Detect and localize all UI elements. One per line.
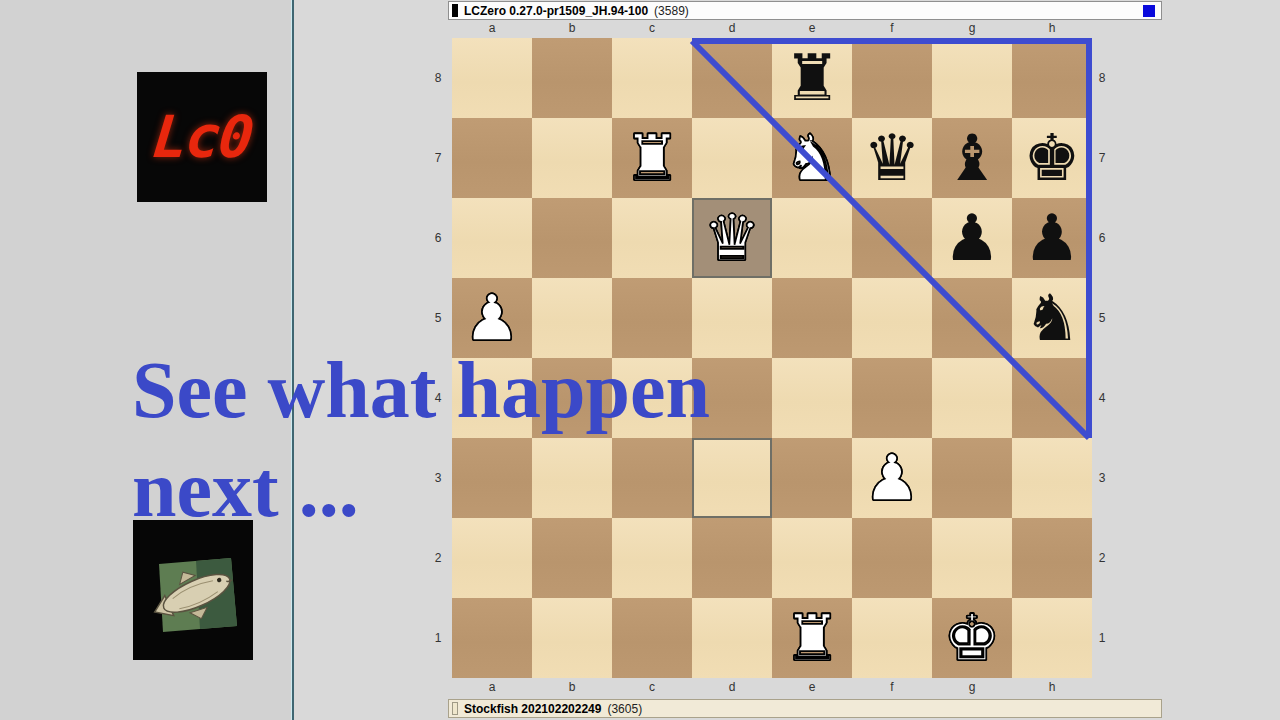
file-label-c: c: [612, 21, 692, 37]
square-b6[interactable]: [532, 198, 612, 278]
square-f4[interactable]: [852, 358, 932, 438]
square-a6[interactable]: [452, 198, 532, 278]
caption-line-2: next ...: [132, 440, 710, 539]
file-label-h: h: [1012, 21, 1092, 37]
file-label-b: b: [532, 680, 612, 696]
rank-label-6: 6: [1092, 198, 1112, 278]
square-f5[interactable]: [852, 278, 932, 358]
to-move-indicator: [1143, 5, 1155, 17]
black-rook-e8[interactable]: ♜: [783, 39, 840, 117]
square-g7[interactable]: ♝: [932, 118, 1012, 198]
square-c8[interactable]: [612, 38, 692, 118]
rank-label-3: 3: [1092, 438, 1112, 518]
file-label-h: h: [1012, 680, 1092, 696]
rank-label-7: 7: [1092, 118, 1112, 198]
white-pawn-f3[interactable]: ♟: [863, 439, 920, 517]
square-f2[interactable]: [852, 518, 932, 598]
square-d1[interactable]: [692, 598, 772, 678]
file-label-f: f: [852, 680, 932, 696]
square-d8[interactable]: [692, 38, 772, 118]
square-h6[interactable]: ♟: [1012, 198, 1092, 278]
square-h1[interactable]: [1012, 598, 1092, 678]
square-f7[interactable]: ♛: [852, 118, 932, 198]
square-c6[interactable]: [612, 198, 692, 278]
file-labels-top: abcdefgh: [452, 21, 1092, 37]
rank-label-4: 4: [1092, 358, 1112, 438]
square-e2[interactable]: [772, 518, 852, 598]
square-h3[interactable]: [1012, 438, 1092, 518]
square-g4[interactable]: [932, 358, 1012, 438]
file-label-a: a: [452, 21, 532, 37]
square-f6[interactable]: [852, 198, 932, 278]
square-h5[interactable]: ♞: [1012, 278, 1092, 358]
rank-label-8: 8: [1092, 38, 1112, 118]
bottom-engine-name: Stockfish 202102202249: [464, 702, 601, 716]
square-f8[interactable]: [852, 38, 932, 118]
white-rook-c7[interactable]: ♜: [623, 119, 680, 197]
square-e6[interactable]: [772, 198, 852, 278]
rank-labels-right: 87654321: [1092, 38, 1112, 678]
black-side-icon: [452, 4, 458, 17]
lc0-logo-text: Lc0: [149, 103, 255, 171]
square-g3[interactable]: [932, 438, 1012, 518]
white-side-icon: [452, 702, 458, 715]
black-bishop-g7[interactable]: ♝: [943, 119, 1000, 197]
rank-label-1: 1: [1092, 598, 1112, 678]
rank-label-7: 7: [428, 118, 448, 198]
square-b8[interactable]: [532, 38, 612, 118]
file-label-g: g: [932, 680, 1012, 696]
rank-label-1: 1: [428, 598, 448, 678]
white-king-g1[interactable]: ♚: [943, 599, 1000, 677]
square-d6[interactable]: ♛: [692, 198, 772, 278]
stockfish-fish-icon: [133, 520, 253, 660]
square-a1[interactable]: [452, 598, 532, 678]
file-label-f: f: [852, 21, 932, 37]
file-label-e: e: [772, 680, 852, 696]
caption-line-1: See what happen: [132, 341, 710, 440]
rank-label-5: 5: [1092, 278, 1112, 358]
file-label-a: a: [452, 680, 532, 696]
square-a8[interactable]: [452, 38, 532, 118]
file-label-d: d: [692, 680, 772, 696]
square-h7[interactable]: ♚: [1012, 118, 1092, 198]
top-engine-name: LCZero 0.27.0-pr1509_JH.94-100: [464, 4, 648, 18]
black-pawn-g6[interactable]: ♟: [943, 199, 1000, 277]
rank-label-6: 6: [428, 198, 448, 278]
square-g1[interactable]: ♚: [932, 598, 1012, 678]
black-knight-h5[interactable]: ♞: [1023, 279, 1080, 357]
square-h2[interactable]: [1012, 518, 1092, 598]
rank-label-8: 8: [428, 38, 448, 118]
white-rook-e1[interactable]: ♜: [783, 599, 840, 677]
file-label-c: c: [612, 680, 692, 696]
file-label-e: e: [772, 21, 852, 37]
square-c1[interactable]: [612, 598, 692, 678]
square-h8[interactable]: [1012, 38, 1092, 118]
black-king-h7[interactable]: ♚: [1023, 119, 1080, 197]
stockfish-engine-logo: [133, 520, 253, 660]
top-engine-bar: LCZero 0.27.0-pr1509_JH.94-100 (3589): [448, 1, 1162, 20]
square-g6[interactable]: ♟: [932, 198, 1012, 278]
square-b7[interactable]: [532, 118, 612, 198]
file-labels-bottom: abcdefgh: [452, 680, 1092, 696]
square-e4[interactable]: [772, 358, 852, 438]
white-queen-d6[interactable]: ♛: [703, 199, 760, 277]
lc0-engine-logo: Lc0: [137, 72, 267, 202]
bottom-engine-rating: (3605): [607, 702, 642, 716]
file-label-b: b: [532, 21, 612, 37]
file-label-g: g: [932, 21, 1012, 37]
square-g5[interactable]: [932, 278, 1012, 358]
square-g2[interactable]: [932, 518, 1012, 598]
white-knight-e7[interactable]: ♞: [783, 119, 840, 197]
square-e7[interactable]: ♞: [772, 118, 852, 198]
square-e8[interactable]: ♜: [772, 38, 852, 118]
square-e3[interactable]: [772, 438, 852, 518]
square-e1[interactable]: ♜: [772, 598, 852, 678]
square-c7[interactable]: ♜: [612, 118, 692, 198]
top-engine-rating: (3589): [654, 4, 689, 18]
rank-label-2: 2: [1092, 518, 1112, 598]
square-g8[interactable]: [932, 38, 1012, 118]
square-f1[interactable]: [852, 598, 932, 678]
square-f3[interactable]: ♟: [852, 438, 932, 518]
square-b1[interactable]: [532, 598, 612, 678]
square-a7[interactable]: [452, 118, 532, 198]
black-queen-f7[interactable]: ♛: [863, 119, 920, 197]
black-pawn-h6[interactable]: ♟: [1023, 199, 1080, 277]
video-caption: See what happen next ...: [132, 341, 710, 539]
bottom-engine-bar: Stockfish 202102202249 (3605): [448, 699, 1162, 718]
square-e5[interactable]: [772, 278, 852, 358]
square-d7[interactable]: [692, 118, 772, 198]
square-h4[interactable]: [1012, 358, 1092, 438]
file-label-d: d: [692, 21, 772, 37]
